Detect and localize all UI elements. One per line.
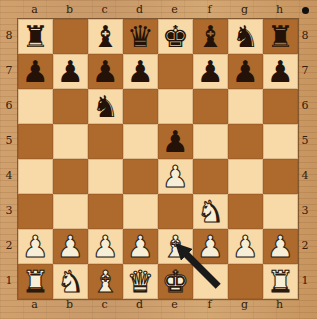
square-h7: ♟: [263, 54, 298, 89]
square-h3: [263, 194, 298, 229]
piece-white-knight-b1: ♞: [53, 264, 88, 299]
square-h8: ♜: [263, 19, 298, 54]
square-a8: ♜: [18, 19, 53, 54]
square-g6: [228, 89, 263, 124]
rank-labels-right: 87654321: [298, 18, 312, 298]
piece-black-king-e8: ♚: [158, 19, 193, 54]
piece-black-knight-c6: ♞: [88, 89, 123, 124]
piece-black-pawn-e5: ♟: [158, 124, 193, 159]
file-label-e: e: [157, 3, 192, 17]
square-d3: [123, 194, 158, 229]
piece-white-pawn-b2: ♟: [53, 229, 88, 264]
square-f6: [193, 89, 228, 124]
piece-black-pawn-f7: ♟: [193, 54, 228, 89]
square-b1: ♞: [53, 264, 88, 299]
piece-black-pawn-d7: ♟: [123, 54, 158, 89]
square-g3: [228, 194, 263, 229]
square-d8: ♛: [123, 19, 158, 54]
piece-white-pawn-e4: ♟: [158, 159, 193, 194]
piece-white-pawn-c2: ♟: [88, 229, 123, 264]
square-c4: [88, 159, 123, 194]
piece-white-rook-a1: ♜: [18, 264, 53, 299]
file-label-b: b: [52, 298, 87, 312]
square-e6: [158, 89, 193, 124]
rank-label-8: 8: [2, 18, 16, 53]
file-label-c: c: [87, 3, 122, 17]
square-e2: ♝: [158, 229, 193, 264]
square-d6: [123, 89, 158, 124]
piece-black-queen-d8: ♛: [123, 19, 158, 54]
square-f7: ♟: [193, 54, 228, 89]
piece-white-bishop-c1: ♝: [88, 264, 123, 299]
file-label-a: a: [17, 298, 52, 312]
rank-label-8: 8: [298, 18, 312, 53]
chess-diagram: abcdefgh 87654321 ♜♝♛♚♝♞♜♟♟♟♟♟♟♟♞♟♟♞♟♟♟♟…: [0, 0, 317, 319]
rank-label-6: 6: [298, 88, 312, 123]
file-label-d: d: [122, 298, 157, 312]
piece-white-bishop-e2: ♝: [158, 229, 193, 264]
square-h6: [263, 89, 298, 124]
rank-label-2: 2: [2, 228, 16, 263]
square-e5: ♟: [158, 124, 193, 159]
square-h2: ♟: [263, 229, 298, 264]
square-g2: ♟: [228, 229, 263, 264]
rank-label-5: 5: [2, 123, 16, 158]
square-b4: [53, 159, 88, 194]
file-label-g: g: [227, 298, 262, 312]
file-label-e: e: [157, 298, 192, 312]
square-c8: ♝: [88, 19, 123, 54]
square-b7: ♟: [53, 54, 88, 89]
piece-white-queen-d1: ♛: [123, 264, 158, 299]
square-b2: ♟: [53, 229, 88, 264]
square-b6: [53, 89, 88, 124]
square-h1: ♜: [263, 264, 298, 299]
square-d5: [123, 124, 158, 159]
rank-label-7: 7: [2, 53, 16, 88]
square-e7: [158, 54, 193, 89]
chess-board: ♜♝♛♚♝♞♜♟♟♟♟♟♟♟♞♟♟♞♟♟♟♟♝♟♟♟♜♞♝♛♚♜: [17, 18, 299, 300]
rank-label-5: 5: [298, 123, 312, 158]
square-h4: [263, 159, 298, 194]
piece-black-pawn-a7: ♟: [18, 54, 53, 89]
file-label-c: c: [87, 298, 122, 312]
piece-white-rook-h1: ♜: [263, 264, 298, 299]
square-a2: ♟: [18, 229, 53, 264]
square-c7: ♟: [88, 54, 123, 89]
piece-white-pawn-f2: ♟: [193, 229, 228, 264]
square-e3: [158, 194, 193, 229]
square-c3: [88, 194, 123, 229]
piece-black-pawn-g7: ♟: [228, 54, 263, 89]
square-a5: [18, 124, 53, 159]
rank-label-4: 4: [2, 158, 16, 193]
file-label-h: h: [262, 3, 297, 17]
square-a7: ♟: [18, 54, 53, 89]
square-f2: ♟: [193, 229, 228, 264]
black-to-move-indicator: [302, 7, 309, 14]
piece-white-king-e1: ♚: [158, 264, 193, 299]
piece-white-knight-f3: ♞: [193, 194, 228, 229]
piece-white-pawn-g2: ♟: [228, 229, 263, 264]
file-label-f: f: [192, 3, 227, 17]
rank-label-3: 3: [2, 193, 16, 228]
square-b8: [53, 19, 88, 54]
square-c2: ♟: [88, 229, 123, 264]
rank-label-3: 3: [298, 193, 312, 228]
square-e4: ♟: [158, 159, 193, 194]
piece-black-bishop-c8: ♝: [88, 19, 123, 54]
square-f8: ♝: [193, 19, 228, 54]
piece-black-pawn-h7: ♟: [263, 54, 298, 89]
square-a3: [18, 194, 53, 229]
piece-black-rook-h8: ♜: [263, 19, 298, 54]
file-label-f: f: [192, 298, 227, 312]
square-a1: ♜: [18, 264, 53, 299]
rank-labels-left: 87654321: [2, 18, 16, 298]
square-e8: ♚: [158, 19, 193, 54]
square-d1: ♛: [123, 264, 158, 299]
rank-label-1: 1: [2, 263, 16, 298]
square-d4: [123, 159, 158, 194]
square-h5: [263, 124, 298, 159]
square-a4: [18, 159, 53, 194]
piece-white-pawn-d2: ♟: [123, 229, 158, 264]
rank-label-2: 2: [298, 228, 312, 263]
square-f5: [193, 124, 228, 159]
rank-label-4: 4: [298, 158, 312, 193]
file-label-a: a: [17, 3, 52, 17]
file-labels-bottom: abcdefgh: [17, 298, 297, 312]
piece-black-knight-g8: ♞: [228, 19, 263, 54]
file-labels-top: abcdefgh: [17, 3, 297, 17]
square-f1: [193, 264, 228, 299]
square-f4: [193, 159, 228, 194]
square-d2: ♟: [123, 229, 158, 264]
square-g5: [228, 124, 263, 159]
square-b5: [53, 124, 88, 159]
square-g8: ♞: [228, 19, 263, 54]
square-c6: ♞: [88, 89, 123, 124]
file-label-b: b: [52, 3, 87, 17]
file-label-g: g: [227, 3, 262, 17]
square-g4: [228, 159, 263, 194]
square-g1: [228, 264, 263, 299]
square-c1: ♝: [88, 264, 123, 299]
piece-black-pawn-b7: ♟: [53, 54, 88, 89]
rank-label-6: 6: [2, 88, 16, 123]
square-a6: [18, 89, 53, 124]
piece-black-pawn-c7: ♟: [88, 54, 123, 89]
square-d7: ♟: [123, 54, 158, 89]
square-b3: [53, 194, 88, 229]
rank-label-7: 7: [298, 53, 312, 88]
square-g7: ♟: [228, 54, 263, 89]
file-label-d: d: [122, 3, 157, 17]
rank-label-1: 1: [298, 263, 312, 298]
square-e1: ♚: [158, 264, 193, 299]
piece-black-rook-a8: ♜: [18, 19, 53, 54]
piece-black-bishop-f8: ♝: [193, 19, 228, 54]
piece-white-pawn-h2: ♟: [263, 229, 298, 264]
piece-white-pawn-a2: ♟: [18, 229, 53, 264]
square-f3: ♞: [193, 194, 228, 229]
square-c5: [88, 124, 123, 159]
file-label-h: h: [262, 298, 297, 312]
